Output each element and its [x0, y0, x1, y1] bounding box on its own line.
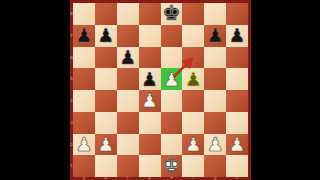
square-e8[interactable]: ♚ [161, 3, 183, 25]
square-c6[interactable]: ♟ [117, 47, 139, 69]
square-h3[interactable] [226, 112, 248, 134]
square-f2[interactable]: ♟ [182, 134, 204, 156]
square-b2[interactable]: ♟ [95, 134, 117, 156]
square-c8[interactable] [117, 3, 139, 25]
piece-black-pawn[interactable]: ♟ [75, 26, 92, 45]
piece-black-pawn-tinted[interactable]: ♟ [185, 70, 202, 89]
square-c5[interactable] [117, 68, 139, 90]
piece-white-pawn[interactable]: ♟ [229, 135, 246, 154]
piece-white-pawn[interactable]: ♟ [207, 135, 224, 154]
square-a8[interactable] [73, 3, 95, 25]
square-a2[interactable]: ♟ [73, 134, 95, 156]
square-a6[interactable] [73, 47, 95, 69]
screenshot: 87654321 abcdefgh ♚♟♟♟♟♟♟♟♟♟♟♟♟♟♟♚ [0, 0, 320, 180]
square-c1[interactable] [117, 155, 139, 177]
square-a1[interactable] [73, 155, 95, 177]
square-b4[interactable] [95, 90, 117, 112]
square-d8[interactable] [139, 3, 161, 25]
square-e2[interactable] [161, 134, 183, 156]
square-h6[interactable] [226, 47, 248, 69]
square-b5[interactable] [95, 68, 117, 90]
square-h4[interactable] [226, 90, 248, 112]
square-a7[interactable]: ♟ [73, 25, 95, 47]
board-grid: ♚♟♟♟♟♟♟♟♟♟♟♟♟♟♟♚ [73, 3, 248, 177]
piece-white-pawn[interactable]: ♟ [163, 70, 180, 89]
square-h8[interactable] [226, 3, 248, 25]
square-g8[interactable] [204, 3, 226, 25]
square-f6[interactable] [182, 47, 204, 69]
square-g7[interactable]: ♟ [204, 25, 226, 47]
piece-black-pawn[interactable]: ♟ [141, 70, 158, 89]
square-d4[interactable]: ♟ [139, 90, 161, 112]
square-a3[interactable] [73, 112, 95, 134]
square-e1[interactable]: ♚ [161, 155, 183, 177]
square-d1[interactable] [139, 155, 161, 177]
left-black-bar [0, 0, 70, 180]
square-b6[interactable] [95, 47, 117, 69]
square-f3[interactable] [182, 112, 204, 134]
piece-black-king[interactable]: ♚ [162, 3, 181, 24]
square-b1[interactable] [95, 155, 117, 177]
square-g1[interactable] [204, 155, 226, 177]
square-e3[interactable] [161, 112, 183, 134]
piece-white-pawn[interactable]: ♟ [75, 135, 92, 154]
square-f5[interactable]: ♟ [182, 68, 204, 90]
square-d7[interactable] [139, 25, 161, 47]
square-g5[interactable] [204, 68, 226, 90]
square-f8[interactable] [182, 3, 204, 25]
square-b3[interactable] [95, 112, 117, 134]
square-g2[interactable]: ♟ [204, 134, 226, 156]
square-c2[interactable] [117, 134, 139, 156]
piece-black-pawn[interactable]: ♟ [119, 48, 136, 67]
square-d5[interactable]: ♟ [139, 68, 161, 90]
piece-white-pawn[interactable]: ♟ [141, 91, 158, 110]
square-d2[interactable] [139, 134, 161, 156]
square-c3[interactable] [117, 112, 139, 134]
piece-black-pawn[interactable]: ♟ [97, 26, 114, 45]
square-g6[interactable] [204, 47, 226, 69]
square-c4[interactable] [117, 90, 139, 112]
square-h5[interactable] [226, 68, 248, 90]
piece-white-king[interactable]: ♚ [162, 155, 181, 176]
square-f4[interactable] [182, 90, 204, 112]
piece-white-pawn[interactable]: ♟ [97, 135, 114, 154]
square-e6[interactable] [161, 47, 183, 69]
chess-board: 87654321 abcdefgh ♚♟♟♟♟♟♟♟♟♟♟♟♟♟♟♚ [70, 0, 251, 180]
square-f7[interactable] [182, 25, 204, 47]
square-b7[interactable]: ♟ [95, 25, 117, 47]
square-h2[interactable]: ♟ [226, 134, 248, 156]
square-e5[interactable]: ♟ [161, 68, 183, 90]
square-e4[interactable] [161, 90, 183, 112]
right-black-bar [251, 0, 320, 180]
square-g4[interactable] [204, 90, 226, 112]
square-h1[interactable] [226, 155, 248, 177]
square-h7[interactable]: ♟ [226, 25, 248, 47]
piece-white-pawn[interactable]: ♟ [185, 135, 202, 154]
piece-black-pawn[interactable]: ♟ [229, 26, 246, 45]
square-d3[interactable] [139, 112, 161, 134]
square-d6[interactable] [139, 47, 161, 69]
piece-black-pawn[interactable]: ♟ [207, 26, 224, 45]
square-a5[interactable] [73, 68, 95, 90]
square-g3[interactable] [204, 112, 226, 134]
square-e7[interactable] [161, 25, 183, 47]
square-a4[interactable] [73, 90, 95, 112]
square-f1[interactable] [182, 155, 204, 177]
square-b8[interactable] [95, 3, 117, 25]
square-c7[interactable] [117, 25, 139, 47]
